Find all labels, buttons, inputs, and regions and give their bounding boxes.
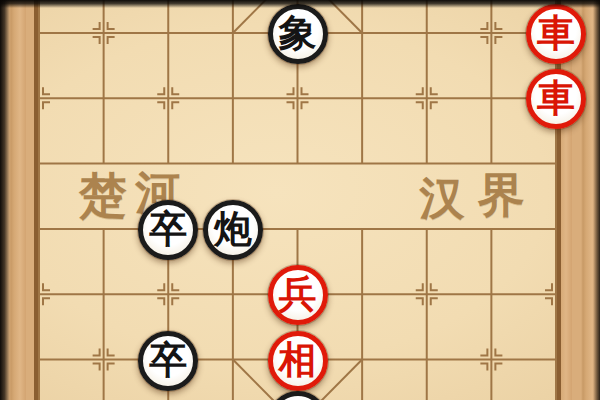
piece-black-soldier-left[interactable]: 卒: [138, 200, 198, 260]
piece-glyph: 卒: [149, 341, 187, 379]
piece-glyph: 車: [537, 79, 575, 117]
xiangqi-board: 楚 河 汉 界 象車車卒炮兵卒相: [0, 0, 600, 400]
piece-black-soldier-bottom[interactable]: 卒: [138, 331, 198, 391]
piece-glyph: 相: [279, 341, 317, 379]
piece-red-elephant[interactable]: 相: [268, 331, 328, 391]
piece-black-unknown-partial[interactable]: [268, 391, 328, 400]
piece-glyph: 象: [279, 14, 317, 52]
piece-red-chariot-top[interactable]: 車: [526, 4, 586, 64]
piece-glyph: 車: [537, 14, 575, 52]
piece-black-elephant[interactable]: 象: [268, 4, 328, 64]
piece-red-chariot-bottom[interactable]: 車: [526, 69, 586, 129]
piece-black-cannon[interactable]: 炮: [203, 200, 263, 260]
piece-red-soldier[interactable]: 兵: [268, 265, 328, 325]
piece-glyph: 兵: [279, 275, 317, 313]
pieces-layer: 象車車卒炮兵卒相: [0, 0, 600, 400]
piece-glyph: 卒: [149, 210, 187, 248]
piece-glyph: 炮: [214, 210, 252, 248]
